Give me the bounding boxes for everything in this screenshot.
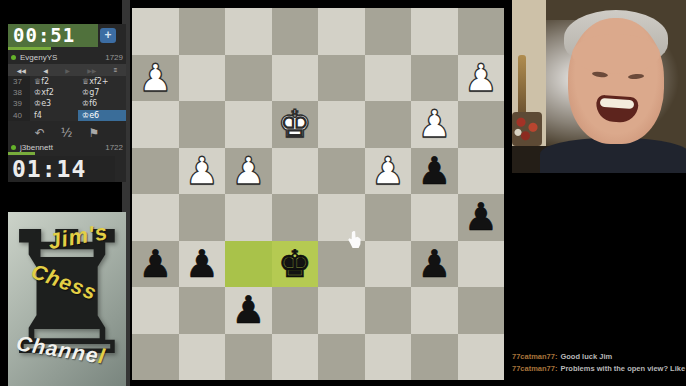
black-pawn-h6[interactable]: ♟ xyxy=(132,241,179,288)
square-h2[interactable]: ♟ xyxy=(132,55,179,102)
white-pawn-a2[interactable]: ♟ xyxy=(458,55,505,102)
square-d4[interactable] xyxy=(318,148,365,195)
square-d5[interactable] xyxy=(318,194,365,241)
move-black-37[interactable]: ♕xf2+ xyxy=(78,76,126,87)
white-time-bar xyxy=(8,47,51,50)
chat-username[interactable]: 77catman77: xyxy=(512,352,557,361)
square-h6[interactable]: ♟ xyxy=(132,241,179,288)
square-c2[interactable] xyxy=(365,55,412,102)
square-g5[interactable] xyxy=(179,194,226,241)
white-pawn-g4[interactable]: ♟ xyxy=(179,148,226,195)
trophy xyxy=(518,55,526,113)
last-move-button[interactable]: ▶▶ xyxy=(87,67,96,74)
first-move-button[interactable]: ◀◀ xyxy=(17,67,26,74)
square-f6[interactable] xyxy=(225,241,272,288)
square-f5[interactable] xyxy=(225,194,272,241)
black-king-e6[interactable]: ♚ xyxy=(272,241,319,288)
square-f8[interactable] xyxy=(225,334,272,381)
move-white-39[interactable]: ♔e3 xyxy=(30,98,78,109)
square-g3[interactable] xyxy=(179,101,226,148)
square-a1[interactable] xyxy=(458,8,505,55)
online-dot xyxy=(11,145,16,150)
player-top-name[interactable]: EvgenyYS xyxy=(20,53,57,62)
square-e2[interactable] xyxy=(272,55,319,102)
flower-decoration xyxy=(512,112,542,146)
chat-message: 77catman77:Problems with the open view? … xyxy=(512,364,686,373)
player-bottom-name[interactable]: j3bennett xyxy=(20,143,53,152)
white-pawn-c4[interactable]: ♟ xyxy=(365,148,412,195)
square-f4[interactable]: ♟ xyxy=(225,148,272,195)
square-a7[interactable] xyxy=(458,287,505,334)
move-black-39[interactable]: ♔f6 xyxy=(78,98,126,109)
square-e6[interactable]: ♚ xyxy=(272,241,319,288)
move-number: 40 xyxy=(8,110,30,121)
chat-messages: 77catman77:Good luck Jim77catman77:Probl… xyxy=(512,352,686,386)
white-king-e3[interactable]: ♚ xyxy=(272,101,319,148)
square-a2[interactable]: ♟ xyxy=(458,55,505,102)
square-c3[interactable] xyxy=(365,101,412,148)
game-action-buttons: ↶½⚑ xyxy=(8,124,126,141)
move-list: 37♕f2♕xf2+38♔xf2♔g739♔e3♔f640f4♔e6 xyxy=(8,76,126,121)
add-time-button[interactable]: + xyxy=(100,28,116,43)
square-b5[interactable] xyxy=(411,194,458,241)
offer-draw-button[interactable]: ½ xyxy=(61,126,73,140)
square-g1[interactable] xyxy=(179,8,226,55)
takeback-button[interactable]: ↶ xyxy=(35,126,45,140)
move-row-40: 40f4♔e6 xyxy=(8,110,126,121)
square-h3[interactable] xyxy=(132,101,179,148)
square-b6[interactable]: ♟ xyxy=(411,241,458,288)
resign-button[interactable]: ⚑ xyxy=(88,126,99,140)
channel-logo: ♜ Jim's Chess Channel xyxy=(8,212,126,386)
square-g8[interactable] xyxy=(179,334,226,381)
square-g7[interactable] xyxy=(179,287,226,334)
square-c4[interactable]: ♟ xyxy=(365,148,412,195)
move-black-38[interactable]: ♔g7 xyxy=(78,87,126,98)
player-bottom-rating: 1722 xyxy=(105,143,123,152)
square-h8[interactable] xyxy=(132,334,179,381)
square-b1[interactable] xyxy=(411,8,458,55)
square-a4[interactable] xyxy=(458,148,505,195)
square-e3[interactable]: ♚ xyxy=(272,101,319,148)
square-g4[interactable]: ♟ xyxy=(179,148,226,195)
white-pawn-h2[interactable]: ♟ xyxy=(132,55,179,102)
black-clock: 01:14 xyxy=(8,156,115,182)
square-d1[interactable] xyxy=(318,8,365,55)
move-number: 37 xyxy=(8,76,30,87)
move-white-37[interactable]: ♕f2 xyxy=(30,76,78,87)
move-number: 39 xyxy=(8,98,30,109)
move-row-38: 38♔xf2♔g7 xyxy=(8,87,126,98)
square-a6[interactable] xyxy=(458,241,505,288)
move-row-39: 39♔e3♔f6 xyxy=(8,98,126,109)
square-d3[interactable] xyxy=(318,101,365,148)
square-b3[interactable]: ♟ xyxy=(411,101,458,148)
square-f7[interactable]: ♟ xyxy=(225,287,272,334)
white-pawn-b3[interactable]: ♟ xyxy=(411,101,458,148)
square-a3[interactable] xyxy=(458,101,505,148)
square-c6[interactable] xyxy=(365,241,412,288)
square-c7[interactable] xyxy=(365,287,412,334)
square-c1[interactable] xyxy=(365,8,412,55)
webcam-video xyxy=(512,0,686,173)
square-e5[interactable] xyxy=(272,194,319,241)
black-pawn-f7[interactable]: ♟ xyxy=(225,287,272,334)
square-d2[interactable] xyxy=(318,55,365,102)
black-time-bar xyxy=(8,152,35,155)
square-b4[interactable]: ♟ xyxy=(411,148,458,195)
square-b7[interactable] xyxy=(411,287,458,334)
online-dot xyxy=(11,55,16,60)
move-black-40[interactable]: ♔e6 xyxy=(78,110,126,121)
square-b2[interactable] xyxy=(411,55,458,102)
stream-frame: 00:51 + EvgenyYS 1729 ◀◀◀▶▶▶≡ 37♕f2♕xf2+… xyxy=(0,0,686,386)
menu-button[interactable]: ≡ xyxy=(114,67,118,73)
chat-text: Good luck Jim xyxy=(560,352,612,361)
white-clock: 00:51 xyxy=(8,24,98,47)
square-a8[interactable] xyxy=(458,334,505,381)
square-a5[interactable]: ♟ xyxy=(458,194,505,241)
black-pawn-b6[interactable]: ♟ xyxy=(411,241,458,288)
square-c8[interactable] xyxy=(365,334,412,381)
black-pawn-b4[interactable]: ♟ xyxy=(411,148,458,195)
square-g6[interactable]: ♟ xyxy=(179,241,226,288)
square-c5[interactable] xyxy=(365,194,412,241)
square-b8[interactable] xyxy=(411,334,458,381)
move-white-38[interactable]: ♔xf2 xyxy=(30,87,78,98)
next-move-button[interactable]: ▶ xyxy=(65,67,70,74)
white-pawn-f4[interactable]: ♟ xyxy=(225,148,272,195)
square-h5[interactable] xyxy=(132,194,179,241)
player-top-row[interactable]: EvgenyYS 1729 xyxy=(8,52,126,63)
square-d8[interactable] xyxy=(318,334,365,381)
move-row-37: 37♕f2♕xf2+ xyxy=(8,76,126,87)
streamer-forehead xyxy=(572,34,660,74)
chess-board[interactable]: ♟♟♚♟♟♟♟♟♟♟♟♚♟♟ xyxy=(132,8,504,380)
square-f2[interactable] xyxy=(225,55,272,102)
move-nav-bar: ◀◀◀▶▶▶≡ xyxy=(8,64,126,76)
chat-username[interactable]: 77catman77: xyxy=(512,364,557,373)
square-e8[interactable] xyxy=(272,334,319,381)
move-number: 38 xyxy=(8,87,30,98)
chat-text: Problems with the open view? Like always… xyxy=(560,364,686,373)
black-pawn-a5[interactable]: ♟ xyxy=(458,194,505,241)
square-d7[interactable] xyxy=(318,287,365,334)
square-h7[interactable] xyxy=(132,287,179,334)
prev-move-button[interactable]: ◀ xyxy=(43,67,48,74)
square-f3[interactable] xyxy=(225,101,272,148)
square-g2[interactable] xyxy=(179,55,226,102)
square-h4[interactable] xyxy=(132,148,179,195)
chat-message: 77catman77:Good luck Jim xyxy=(512,352,686,361)
square-e1[interactable] xyxy=(272,8,319,55)
black-pawn-g6[interactable]: ♟ xyxy=(179,241,226,288)
move-white-40[interactable]: f4 xyxy=(30,110,78,121)
square-f1[interactable] xyxy=(225,8,272,55)
square-e7[interactable] xyxy=(272,287,319,334)
player-top-rating: 1729 xyxy=(105,53,123,62)
square-e4[interactable] xyxy=(272,148,319,195)
square-h1[interactable] xyxy=(132,8,179,55)
